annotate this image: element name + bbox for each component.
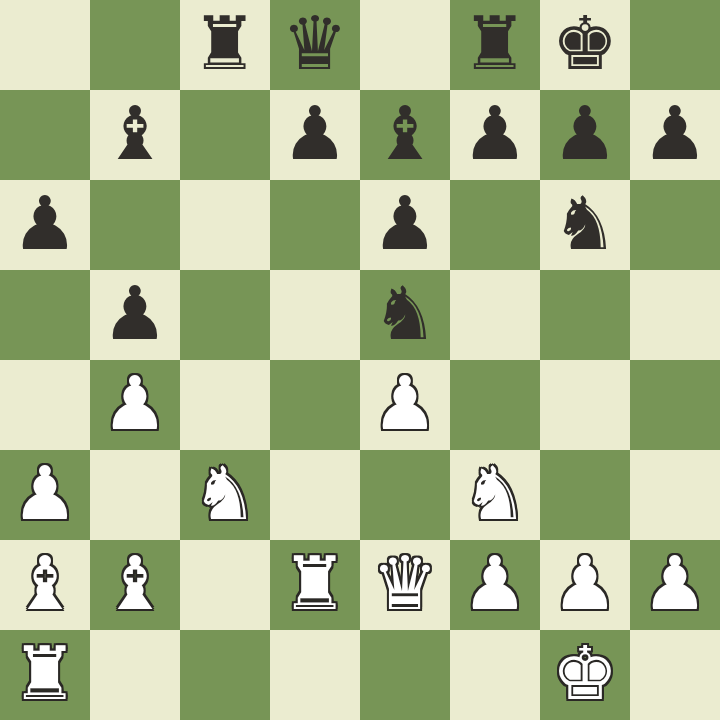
square-a4[interactable] [0,360,90,450]
square-f8[interactable]: ♜ [450,0,540,90]
square-h2[interactable]: ♟ [630,540,720,630]
square-c3[interactable]: ♞ [180,450,270,540]
black-pawn[interactable]: ♟ [102,270,168,358]
square-h7[interactable]: ♟ [630,90,720,180]
white-knight[interactable]: ♞ [192,450,258,538]
square-c7[interactable] [180,90,270,180]
square-h4[interactable] [630,360,720,450]
black-pawn[interactable]: ♟ [552,90,618,178]
square-g1[interactable]: ♚ [540,630,630,720]
black-pawn[interactable]: ♟ [642,90,708,178]
square-d4[interactable] [270,360,360,450]
square-d5[interactable] [270,270,360,360]
square-f2[interactable]: ♟ [450,540,540,630]
square-d1[interactable] [270,630,360,720]
square-g3[interactable] [540,450,630,540]
square-g4[interactable] [540,360,630,450]
square-b6[interactable] [90,180,180,270]
square-f3[interactable]: ♞ [450,450,540,540]
square-g7[interactable]: ♟ [540,90,630,180]
square-h6[interactable] [630,180,720,270]
square-g6[interactable]: ♞ [540,180,630,270]
black-queen[interactable]: ♛ [282,0,348,88]
white-pawn[interactable]: ♟ [552,540,618,628]
square-h8[interactable] [630,0,720,90]
black-rook[interactable]: ♜ [462,0,528,88]
black-bishop[interactable]: ♝ [102,90,168,178]
white-pawn[interactable]: ♟ [372,360,438,448]
square-e8[interactable] [360,0,450,90]
square-a5[interactable] [0,270,90,360]
square-b4[interactable]: ♟ [90,360,180,450]
square-d3[interactable] [270,450,360,540]
square-h5[interactable] [630,270,720,360]
square-g5[interactable] [540,270,630,360]
white-pawn[interactable]: ♟ [642,540,708,628]
square-h3[interactable] [630,450,720,540]
square-d2[interactable]: ♜ [270,540,360,630]
square-d8[interactable]: ♛ [270,0,360,90]
white-queen[interactable]: ♛ [372,540,438,628]
black-knight[interactable]: ♞ [552,180,618,268]
black-king[interactable]: ♚ [552,0,618,88]
square-a8[interactable] [0,0,90,90]
square-f4[interactable] [450,360,540,450]
square-c6[interactable] [180,180,270,270]
black-pawn[interactable]: ♟ [462,90,528,178]
square-d7[interactable]: ♟ [270,90,360,180]
square-e7[interactable]: ♝ [360,90,450,180]
black-pawn[interactable]: ♟ [12,180,78,268]
white-pawn[interactable]: ♟ [102,360,168,448]
square-c8[interactable]: ♜ [180,0,270,90]
square-g8[interactable]: ♚ [540,0,630,90]
black-rook[interactable]: ♜ [192,0,258,88]
black-bishop[interactable]: ♝ [372,90,438,178]
square-b2[interactable]: ♝ [90,540,180,630]
square-c4[interactable] [180,360,270,450]
square-a3[interactable]: ♟ [0,450,90,540]
white-king[interactable]: ♚ [552,630,618,718]
square-e2[interactable]: ♛ [360,540,450,630]
square-b1[interactable] [90,630,180,720]
white-bishop[interactable]: ♝ [12,540,78,628]
square-c1[interactable] [180,630,270,720]
square-b3[interactable] [90,450,180,540]
square-a6[interactable]: ♟ [0,180,90,270]
white-pawn[interactable]: ♟ [12,450,78,538]
square-e5[interactable]: ♞ [360,270,450,360]
square-a1[interactable]: ♜ [0,630,90,720]
black-pawn[interactable]: ♟ [282,90,348,178]
square-e1[interactable] [360,630,450,720]
chess-board: ♜♛♜♚♝♟♝♟♟♟♟♟♞♟♞♟♟♟♞♞♝♝♜♛♟♟♟♜♚ [0,0,720,720]
square-b8[interactable] [90,0,180,90]
square-c2[interactable] [180,540,270,630]
square-h1[interactable] [630,630,720,720]
square-b5[interactable]: ♟ [90,270,180,360]
black-pawn[interactable]: ♟ [372,180,438,268]
square-f1[interactable] [450,630,540,720]
white-bishop[interactable]: ♝ [102,540,168,628]
square-e6[interactable]: ♟ [360,180,450,270]
square-f6[interactable] [450,180,540,270]
white-rook[interactable]: ♜ [282,540,348,628]
square-a7[interactable] [0,90,90,180]
square-g2[interactable]: ♟ [540,540,630,630]
square-c5[interactable] [180,270,270,360]
white-pawn[interactable]: ♟ [462,540,528,628]
black-knight[interactable]: ♞ [372,270,438,358]
square-e3[interactable] [360,450,450,540]
square-a2[interactable]: ♝ [0,540,90,630]
square-f5[interactable] [450,270,540,360]
square-e4[interactable]: ♟ [360,360,450,450]
square-d6[interactable] [270,180,360,270]
white-rook[interactable]: ♜ [12,630,78,718]
square-b7[interactable]: ♝ [90,90,180,180]
white-knight[interactable]: ♞ [462,450,528,538]
square-f7[interactable]: ♟ [450,90,540,180]
